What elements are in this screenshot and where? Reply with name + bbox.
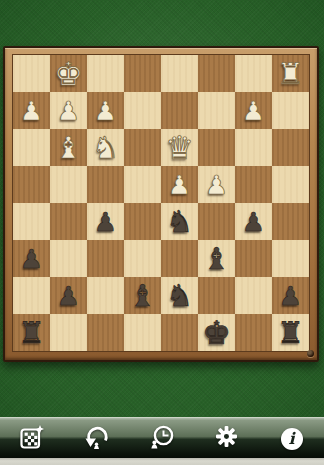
piece-white-pawn-g7[interactable]: ♟: [235, 92, 272, 129]
square-c8[interactable]: [87, 55, 124, 92]
piece-white-pawn-c7[interactable]: ♟: [87, 92, 124, 129]
square-c3[interactable]: [87, 240, 124, 277]
info-icon: i: [281, 428, 303, 450]
chess-board-frame: ♚♜♟♟♟♟♝♞♛♟♟♟♞♟♟♝♟♝♞♟♜♚♜: [3, 46, 319, 362]
piece-white-rook-h8[interactable]: ♜: [272, 55, 309, 92]
settings-button[interactable]: [205, 421, 249, 457]
piece-white-king-b8[interactable]: ♚: [50, 55, 87, 92]
square-d5[interactable]: [124, 166, 161, 203]
bottom-toolbar: i: [0, 417, 324, 459]
square-d6[interactable]: [124, 129, 161, 166]
piece-black-bishop-f3[interactable]: ♝: [198, 240, 235, 277]
square-d8[interactable]: [124, 55, 161, 92]
square-f4[interactable]: [198, 203, 235, 240]
piece-black-knight-e4[interactable]: ♞: [161, 203, 198, 240]
piece-black-rook-h1[interactable]: ♜: [272, 314, 309, 351]
square-a4[interactable]: [13, 203, 50, 240]
square-a5[interactable]: [13, 166, 50, 203]
piece-white-pawn-b7[interactable]: ♟: [50, 92, 87, 129]
square-h7[interactable]: [272, 92, 309, 129]
square-g2[interactable]: [235, 277, 272, 314]
chess-board: ♚♜♟♟♟♟♝♞♛♟♟♟♞♟♟♝♟♝♞♟♜♚♜: [13, 55, 309, 351]
square-c5[interactable]: [87, 166, 124, 203]
square-a6[interactable]: [13, 129, 50, 166]
square-b4[interactable]: [50, 203, 87, 240]
piece-black-pawn-a3[interactable]: ♟: [13, 240, 50, 277]
square-e3[interactable]: [161, 240, 198, 277]
piece-white-bishop-b6[interactable]: ♝: [50, 129, 87, 166]
gear-icon: [215, 425, 238, 452]
square-g1[interactable]: [235, 314, 272, 351]
square-g6[interactable]: [235, 129, 272, 166]
new-game-icon: [20, 425, 44, 453]
piece-white-pawn-f5[interactable]: ♟: [198, 166, 235, 203]
square-f7[interactable]: [198, 92, 235, 129]
square-g3[interactable]: [235, 240, 272, 277]
square-a8[interactable]: [13, 55, 50, 92]
frame-screw-dot: [307, 350, 314, 357]
square-d7[interactable]: [124, 92, 161, 129]
new-game-button[interactable]: [10, 421, 54, 457]
clock-icon: [149, 424, 175, 454]
chess-app-screen: ♚♜♟♟♟♟♝♞♛♟♟♟♞♟♟♝♟♝♞♟♜♚♜: [0, 0, 324, 465]
piece-black-pawn-c4[interactable]: ♟: [87, 203, 124, 240]
piece-black-pawn-h2[interactable]: ♟: [272, 277, 309, 314]
square-h5[interactable]: [272, 166, 309, 203]
piece-white-pawn-e5[interactable]: ♟: [161, 166, 198, 203]
piece-black-pawn-g4[interactable]: ♟: [235, 203, 272, 240]
square-f2[interactable]: [198, 277, 235, 314]
history-button[interactable]: [140, 421, 184, 457]
bottom-edge-strip: [0, 458, 324, 465]
square-h4[interactable]: [272, 203, 309, 240]
undo-move-button[interactable]: [75, 421, 119, 457]
square-e8[interactable]: [161, 55, 198, 92]
piece-white-knight-c6[interactable]: ♞: [87, 129, 124, 166]
square-a2[interactable]: [13, 277, 50, 314]
square-f6[interactable]: [198, 129, 235, 166]
square-e7[interactable]: [161, 92, 198, 129]
square-g8[interactable]: [235, 55, 272, 92]
square-h3[interactable]: [272, 240, 309, 277]
square-f8[interactable]: [198, 55, 235, 92]
square-c2[interactable]: [87, 277, 124, 314]
square-d3[interactable]: [124, 240, 161, 277]
square-b1[interactable]: [50, 314, 87, 351]
info-button[interactable]: i: [270, 421, 314, 457]
square-c1[interactable]: [87, 314, 124, 351]
piece-white-queen-e6[interactable]: ♛: [161, 129, 198, 166]
square-b5[interactable]: [50, 166, 87, 203]
piece-black-bishop-d2[interactable]: ♝: [124, 277, 161, 314]
piece-black-knight-e2[interactable]: ♞: [161, 277, 198, 314]
piece-black-king-f1[interactable]: ♚: [198, 314, 235, 351]
square-d4[interactable]: [124, 203, 161, 240]
square-d1[interactable]: [124, 314, 161, 351]
piece-black-pawn-b2[interactable]: ♟: [50, 277, 87, 314]
square-h6[interactable]: [272, 129, 309, 166]
square-e1[interactable]: [161, 314, 198, 351]
square-g5[interactable]: [235, 166, 272, 203]
piece-black-rook-a1[interactable]: ♜: [13, 314, 50, 351]
piece-white-pawn-a7[interactable]: ♟: [13, 92, 50, 129]
square-b3[interactable]: [50, 240, 87, 277]
undo-arrow-icon: [84, 424, 110, 454]
